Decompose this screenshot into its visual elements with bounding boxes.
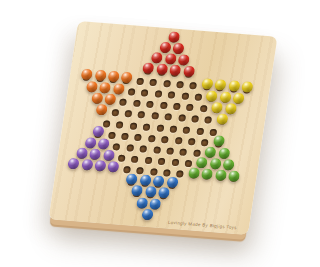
board-grid	[48, 21, 277, 235]
peg-red[interactable]	[142, 62, 155, 74]
peg-orange[interactable]	[94, 70, 107, 82]
hole[interactable]	[181, 92, 189, 99]
hole[interactable]	[121, 133, 129, 140]
peg-orange[interactable]	[107, 71, 120, 83]
hole[interactable]	[174, 137, 182, 144]
hole[interactable]	[173, 103, 181, 110]
hole[interactable]	[154, 90, 162, 97]
photo-background: Lovingly Made By Bigjigs Toys	[0, 0, 320, 267]
peg-purple[interactable]	[76, 147, 89, 159]
peg-red[interactable]	[167, 31, 180, 43]
peg-red[interactable]	[172, 42, 185, 54]
hole[interactable]	[178, 115, 186, 122]
peg-purple[interactable]	[97, 138, 110, 150]
hole[interactable]	[118, 155, 126, 162]
peg-orange[interactable]	[112, 83, 125, 95]
peg-orange[interactable]	[99, 81, 112, 93]
peg-purple[interactable]	[92, 126, 105, 138]
peg-blue[interactable]	[152, 176, 165, 188]
peg-red[interactable]	[159, 41, 172, 53]
hole[interactable]	[184, 160, 192, 167]
hole[interactable]	[133, 100, 141, 107]
hole[interactable]	[131, 156, 139, 163]
hole[interactable]	[159, 102, 167, 109]
hole[interactable]	[186, 104, 194, 111]
peg-purple[interactable]	[67, 158, 80, 170]
peg-blue[interactable]	[166, 177, 179, 189]
peg-red[interactable]	[151, 52, 164, 64]
hole[interactable]	[156, 124, 164, 131]
peg-blue[interactable]	[139, 174, 152, 186]
hole[interactable]	[151, 112, 159, 119]
peg-green[interactable]	[218, 147, 231, 159]
hole[interactable]	[144, 157, 152, 164]
hole[interactable]	[194, 93, 202, 100]
hole[interactable]	[163, 80, 171, 87]
hole[interactable]	[169, 125, 177, 132]
peg-green[interactable]	[214, 169, 227, 181]
hole[interactable]	[171, 159, 179, 166]
hole[interactable]	[199, 105, 207, 112]
hole[interactable]	[161, 136, 169, 143]
peg-yellow[interactable]	[216, 113, 229, 125]
peg-purple[interactable]	[89, 148, 102, 160]
hole[interactable]	[158, 158, 166, 165]
peg-orange[interactable]	[96, 104, 109, 116]
peg-yellow[interactable]	[206, 90, 219, 102]
peg-purple[interactable]	[94, 160, 107, 172]
hole[interactable]	[168, 91, 176, 98]
peg-yellow[interactable]	[211, 101, 224, 113]
peg-purple[interactable]	[81, 159, 94, 171]
hole[interactable]	[124, 110, 132, 117]
peg-red[interactable]	[177, 54, 190, 66]
hole[interactable]	[183, 126, 191, 133]
hole[interactable]	[126, 144, 134, 151]
hole[interactable]	[153, 146, 161, 153]
peg-green[interactable]	[201, 168, 214, 180]
peg-yellow[interactable]	[219, 91, 232, 103]
hole[interactable]	[201, 139, 209, 146]
hole[interactable]	[176, 171, 184, 178]
hole[interactable]	[103, 120, 111, 127]
hole[interactable]	[143, 123, 151, 130]
peg-blue[interactable]	[144, 186, 157, 198]
hole[interactable]	[108, 132, 116, 139]
hole[interactable]	[209, 128, 217, 135]
peg-yellow[interactable]	[227, 80, 240, 92]
peg-yellow[interactable]	[214, 79, 227, 91]
peg-red[interactable]	[169, 64, 182, 76]
hole[interactable]	[128, 88, 136, 95]
peg-red[interactable]	[182, 66, 195, 78]
hole[interactable]	[129, 122, 137, 129]
hole[interactable]	[134, 134, 142, 141]
hole[interactable]	[136, 167, 144, 174]
peg-yellow[interactable]	[241, 81, 254, 93]
hole[interactable]	[176, 81, 184, 88]
peg-purple[interactable]	[102, 149, 115, 161]
peg-red[interactable]	[164, 53, 177, 65]
hole[interactable]	[146, 101, 154, 108]
peg-green[interactable]	[196, 156, 209, 168]
hole[interactable]	[148, 135, 156, 142]
peg-purple[interactable]	[84, 136, 97, 148]
peg-red[interactable]	[156, 63, 169, 75]
hole[interactable]	[111, 109, 119, 116]
peg-blue[interactable]	[157, 187, 170, 199]
hole[interactable]	[123, 166, 131, 173]
peg-green[interactable]	[228, 170, 241, 182]
peg-orange[interactable]	[91, 92, 104, 104]
hole[interactable]	[193, 149, 201, 156]
hole[interactable]	[116, 121, 124, 128]
hole[interactable]	[141, 89, 149, 96]
hole[interactable]	[136, 78, 144, 85]
peg-green[interactable]	[213, 135, 226, 147]
hole[interactable]	[164, 114, 172, 121]
peg-blue[interactable]	[131, 185, 144, 197]
peg-orange[interactable]	[86, 80, 99, 92]
hole[interactable]	[149, 169, 157, 176]
game-board: Lovingly Made By Bigjigs Toys	[48, 21, 277, 235]
hole[interactable]	[138, 111, 146, 118]
hole[interactable]	[204, 117, 212, 124]
peg-yellow[interactable]	[224, 103, 237, 115]
hole[interactable]	[166, 147, 174, 154]
peg-green[interactable]	[209, 158, 222, 170]
peg-orange[interactable]	[81, 69, 94, 81]
peg-orange[interactable]	[121, 72, 134, 84]
hole[interactable]	[163, 170, 171, 177]
hole[interactable]	[149, 79, 157, 86]
peg-green[interactable]	[187, 167, 200, 179]
hole[interactable]	[179, 148, 187, 155]
peg-green[interactable]	[204, 146, 217, 158]
hole[interactable]	[191, 116, 199, 123]
peg-purple[interactable]	[107, 161, 120, 173]
peg-green[interactable]	[223, 159, 236, 171]
peg-yellow[interactable]	[233, 92, 246, 104]
peg-blue[interactable]	[136, 197, 149, 209]
peg-blue[interactable]	[149, 198, 162, 210]
peg-blue[interactable]	[126, 173, 139, 185]
hole[interactable]	[189, 82, 197, 89]
peg-yellow[interactable]	[201, 78, 214, 90]
hole[interactable]	[188, 138, 196, 145]
hole[interactable]	[113, 143, 121, 150]
hole[interactable]	[119, 99, 127, 106]
hole[interactable]	[196, 127, 204, 134]
peg-blue[interactable]	[141, 208, 154, 220]
hole[interactable]	[139, 145, 147, 152]
peg-orange[interactable]	[104, 93, 117, 105]
